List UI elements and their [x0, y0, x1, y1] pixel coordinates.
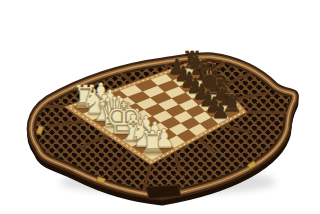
- product-photo-scene: ♜♞♝♛♚♝♞♜♟♟♟♟♟♟♟♟♟♟♟♟♟♟♟♟♜♞♝♛♚♝♞♜: [0, 0, 320, 214]
- chess-board: [0, 0, 320, 214]
